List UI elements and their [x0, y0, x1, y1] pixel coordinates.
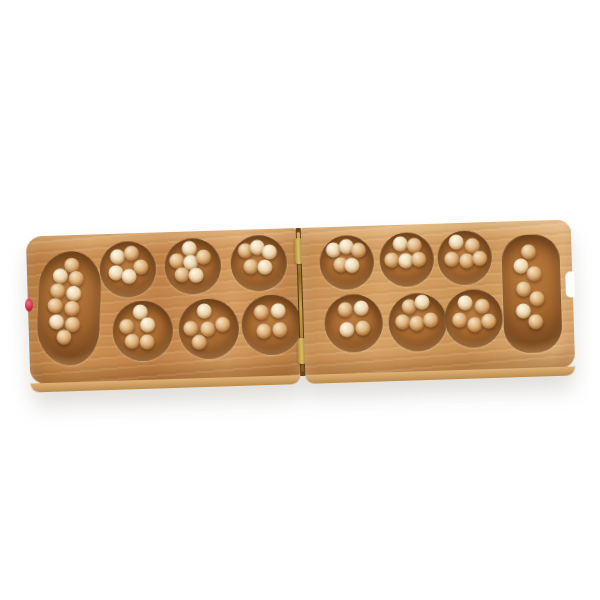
pit-top-5[interactable]	[379, 232, 435, 288]
left-store	[36, 250, 102, 366]
seed	[392, 236, 407, 251]
seed	[384, 252, 399, 267]
pit-top-3[interactable]	[230, 234, 288, 292]
seed	[528, 314, 543, 329]
seed	[256, 323, 271, 338]
pit-bottom-3[interactable]	[241, 294, 303, 356]
seed	[526, 266, 541, 281]
product-photo	[0, 0, 600, 600]
latch-notch	[565, 271, 575, 297]
right-store	[501, 234, 563, 354]
clasp-pin	[25, 298, 33, 311]
seed	[339, 322, 354, 337]
seed	[121, 268, 136, 283]
seed	[457, 295, 472, 310]
seed	[337, 302, 352, 317]
seed	[351, 243, 366, 258]
mancala-board	[26, 219, 575, 384]
seed	[475, 299, 490, 314]
seed	[345, 258, 360, 273]
seed	[48, 298, 64, 314]
pit-top-2[interactable]	[164, 237, 222, 295]
pit-top-1[interactable]	[99, 241, 157, 299]
seed	[196, 249, 211, 264]
seed	[529, 291, 544, 306]
seed	[50, 283, 66, 299]
pit-bottom-1[interactable]	[112, 300, 174, 362]
pit-bottom-4[interactable]	[324, 293, 384, 353]
seed	[449, 234, 464, 249]
seed	[139, 334, 154, 349]
seed	[257, 260, 272, 275]
seed	[174, 267, 189, 282]
seed	[254, 304, 269, 319]
seed	[467, 317, 482, 332]
seed	[125, 333, 140, 348]
seed	[56, 329, 72, 345]
seed	[215, 317, 230, 332]
board-right-half	[301, 219, 576, 375]
seed	[423, 312, 438, 327]
pit-top-6[interactable]	[437, 230, 493, 286]
seed	[189, 267, 204, 282]
seed	[262, 244, 277, 259]
seed	[48, 314, 64, 330]
seed	[411, 252, 426, 267]
seed	[481, 314, 496, 329]
seed	[183, 321, 198, 336]
seed	[414, 295, 429, 310]
seed	[110, 249, 125, 264]
seed	[395, 314, 410, 329]
pit-bottom-5[interactable]	[388, 292, 448, 352]
seed	[53, 268, 69, 284]
seed	[69, 271, 85, 287]
seed	[140, 317, 155, 332]
seed	[452, 312, 467, 327]
seed	[515, 303, 530, 318]
seed	[354, 300, 369, 315]
board-left-half	[26, 228, 301, 384]
seed	[520, 244, 535, 259]
seed	[271, 303, 286, 318]
seed	[197, 303, 212, 318]
pit-bottom-6[interactable]	[444, 289, 504, 349]
seed	[472, 251, 487, 266]
pit-bottom-2[interactable]	[178, 298, 240, 360]
pit-top-4[interactable]	[319, 235, 375, 291]
seed	[66, 286, 82, 302]
seed	[119, 319, 134, 334]
seed	[273, 322, 288, 337]
seed	[444, 252, 459, 267]
seed	[355, 320, 370, 335]
seed	[64, 301, 80, 317]
seed	[192, 335, 207, 350]
